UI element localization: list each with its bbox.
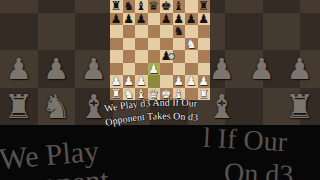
square-g7[interactable]: ♟ — [185, 13, 198, 26]
background-bishop-icon: ♝ — [75, 88, 113, 126]
square-d1[interactable]: ♛ — [148, 88, 161, 101]
square-g1[interactable] — [185, 88, 198, 101]
square-f5[interactable] — [173, 38, 186, 51]
black-pawn-b7: ♟ — [123, 13, 136, 26]
square-e8[interactable]: ♚ — [160, 0, 173, 13]
black-rook-h8: ♜ — [198, 0, 211, 13]
white-knight-b1: ♞ — [123, 88, 136, 101]
square-h7[interactable]: ♟ — [198, 13, 211, 26]
background-pawn-icon: ♟ — [243, 50, 281, 88]
black-pawn-a7: ♟ — [110, 13, 123, 26]
square-g8[interactable] — [185, 0, 198, 13]
square-h4[interactable] — [198, 50, 211, 63]
square-c4[interactable] — [135, 50, 148, 63]
square-g4[interactable] — [185, 50, 198, 63]
white-pawn-h2: ♟ — [198, 75, 211, 88]
white-pawn-f2: ♟ — [173, 75, 186, 88]
square-g2[interactable]: ♟ — [185, 75, 198, 88]
square-b8[interactable]: ♞ — [123, 0, 136, 13]
black-knight-f6: ♞ — [173, 25, 186, 38]
background-pawn-icon: ♟ — [75, 50, 113, 88]
black-rook-a8: ♜ — [110, 0, 123, 13]
square-h6[interactable] — [198, 25, 211, 38]
square-c5[interactable] — [135, 38, 148, 51]
square-b7[interactable]: ♟ — [123, 13, 136, 26]
white-king-e1: ♚ — [160, 88, 173, 101]
square-f1[interactable]: ♝ — [173, 88, 186, 101]
square-b6[interactable] — [123, 25, 136, 38]
square-h1[interactable]: ♜ — [198, 88, 211, 101]
background-rook-icon: ♜ — [281, 88, 319, 126]
background-pawn-icon: ♟ — [0, 50, 38, 88]
black-pawn-c7: ♟ — [135, 13, 148, 26]
white-pawn-a2: ♟ — [110, 75, 123, 88]
square-e6[interactable] — [160, 25, 173, 38]
square-g5[interactable]: ♞ — [185, 38, 198, 51]
white-rook-h1: ♜ — [198, 88, 211, 101]
square-f6[interactable]: ♞ — [173, 25, 186, 38]
square-a5[interactable] — [110, 38, 123, 51]
black-pawn-e7: ♟ — [160, 13, 173, 26]
white-pawn-b2: ♟ — [123, 75, 136, 88]
square-d4[interactable] — [148, 50, 161, 63]
square-e7[interactable]: ♟ — [160, 13, 173, 26]
square-c1[interactable]: ♝ — [135, 88, 148, 101]
white-pawn-c2: ♟ — [135, 75, 148, 88]
black-bishop-f8: ♝ — [173, 0, 186, 13]
white-queen-d1: ♛ — [148, 88, 161, 101]
square-c7[interactable]: ♟ — [135, 13, 148, 26]
background-pawn-icon: ♟ — [38, 50, 76, 88]
white-bishop-f1: ♝ — [173, 88, 186, 101]
square-a6[interactable] — [110, 25, 123, 38]
black-pawn-h7: ♟ — [198, 13, 211, 26]
square-a1[interactable]: ♜ — [110, 88, 123, 101]
video-frame: ♟♟♟♜♞♝♟♟♟♝♜ We Play pponent l If Our On … — [0, 0, 320, 180]
square-a4[interactable] — [110, 50, 123, 63]
square-f2[interactable]: ♟ — [173, 75, 186, 88]
black-king-e8: ♚ — [160, 0, 173, 13]
black-knight-b8: ♞ — [123, 0, 136, 13]
square-h5[interactable] — [198, 38, 211, 51]
black-bishop-c8: ♝ — [135, 0, 148, 13]
square-d6[interactable] — [148, 25, 161, 38]
square-d8[interactable]: ♛ — [148, 0, 161, 13]
square-d5[interactable] — [148, 38, 161, 51]
square-d7[interactable] — [148, 13, 161, 26]
square-b1[interactable]: ♞ — [123, 88, 136, 101]
square-b4[interactable] — [123, 50, 136, 63]
square-h2[interactable]: ♟ — [198, 75, 211, 88]
square-c2[interactable]: ♟ — [135, 75, 148, 88]
square-b5[interactable] — [123, 38, 136, 51]
background-rook-icon: ♜ — [0, 88, 38, 126]
white-bishop-c1: ♝ — [135, 88, 148, 101]
chess-board[interactable]: ♜♞♝♛♚♝♜♟♟♟♟♟♟♟♞♞♟♟♟♟♟♟♟♟♜♞♝♛♚♝♜ — [110, 0, 210, 100]
white-rook-a1: ♜ — [110, 88, 123, 101]
square-c8[interactable]: ♝ — [135, 0, 148, 13]
background-big-text-4: On d3 — [224, 159, 294, 180]
square-d3[interactable]: ♟ — [148, 63, 161, 76]
white-pawn-g2: ♟ — [185, 75, 198, 88]
square-f8[interactable]: ♝ — [173, 0, 186, 13]
square-b2[interactable]: ♟ — [123, 75, 136, 88]
square-a7[interactable]: ♟ — [110, 13, 123, 26]
square-a2[interactable]: ♟ — [110, 75, 123, 88]
background-big-text-3: l If Our — [202, 124, 287, 156]
square-e1[interactable]: ♚ — [160, 88, 173, 101]
capture-hint-marker — [168, 53, 175, 60]
square-g6[interactable] — [185, 25, 198, 38]
square-a8[interactable]: ♜ — [110, 0, 123, 13]
square-d2[interactable] — [148, 75, 161, 88]
black-pawn-g7: ♟ — [185, 13, 198, 26]
background-knight-icon: ♞ — [38, 88, 76, 126]
square-e2[interactable] — [160, 75, 173, 88]
white-knight-g5: ♞ — [185, 38, 198, 51]
white-pawn-d3: ♟ — [148, 63, 161, 76]
square-h8[interactable]: ♜ — [198, 0, 211, 13]
square-e3[interactable] — [160, 63, 173, 76]
background-pawn-icon: ♟ — [281, 50, 319, 88]
square-c6[interactable] — [135, 25, 148, 38]
black-queen-d8: ♛ — [148, 0, 161, 13]
